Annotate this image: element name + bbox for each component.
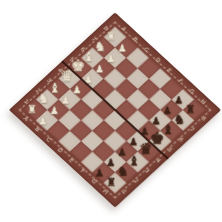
chess-board-wrap: ABCDEFGH ABCDEFGH 87654321 87654321 ♜♟♟♜… (9, 12, 221, 207)
photo-scene: ABCDEFGH ABCDEFGH 87654321 87654321 ♜♟♟♜… (0, 0, 222, 222)
piece-black-pawn-g4[interactable]: ♟ (129, 136, 138, 147)
chess-board: ABCDEFGH ABCDEFGH 87654321 87654321 ♜♟♟♜… (9, 12, 221, 207)
piece-white-rook-a1[interactable]: ♜ (27, 103, 37, 116)
piece-white-rook-a8[interactable]: ♜ (106, 30, 116, 43)
piece-white-pawn-b4[interactable]: ♟ (72, 84, 81, 95)
piece-black-bishop-h3[interactable]: ♝ (128, 153, 140, 168)
piece-white-pawn-b1[interactable]: ♟ (39, 115, 48, 126)
piece-black-pawn-g8[interactable]: ♟ (174, 95, 183, 106)
piece-white-bishop-a3[interactable]: ♝ (49, 80, 61, 95)
piece-white-pawn-b2[interactable]: ♟ (50, 105, 59, 116)
piece-black-rook-h8[interactable]: ♜ (185, 103, 195, 116)
piece-black-rook-h1[interactable]: ♜ (106, 176, 116, 189)
piece-black-pawn-g1[interactable]: ♟ (95, 167, 104, 178)
piece-black-knight-h7[interactable]: ♞ (174, 112, 186, 127)
piece-black-pawn-g3[interactable]: ♟ (118, 147, 127, 158)
piece-black-knight-h2[interactable]: ♞ (117, 164, 129, 179)
piece-white-knight-a2[interactable]: ♞ (38, 91, 50, 106)
piece-white-pawn-b6[interactable]: ♟ (95, 63, 104, 74)
piece-white-pawn-b7[interactable]: ♟ (106, 53, 115, 64)
piece-black-pawn-g7[interactable]: ♟ (163, 105, 172, 116)
piece-white-knight-a7[interactable]: ♞ (94, 39, 106, 54)
piece-white-pawn-b3[interactable]: ♟ (61, 95, 70, 106)
piece-black-pawn-g6[interactable]: ♟ (152, 115, 161, 126)
piece-black-pawn-g2[interactable]: ♟ (106, 157, 115, 168)
piece-white-pawn-b8[interactable]: ♟ (118, 43, 127, 54)
